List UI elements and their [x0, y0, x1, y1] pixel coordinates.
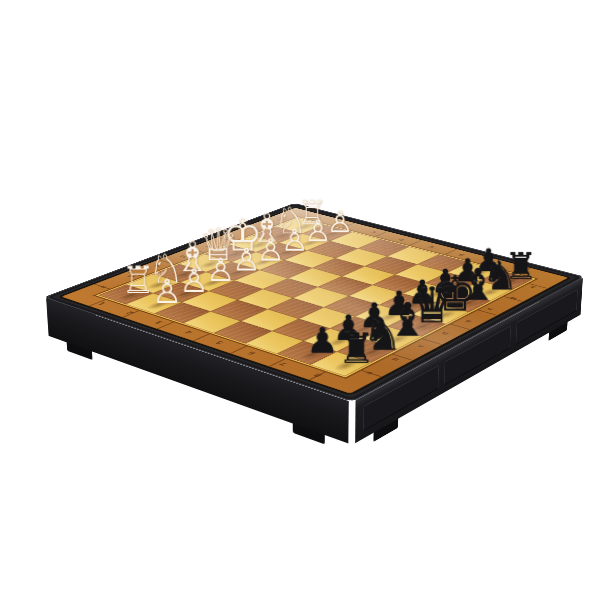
piece-white-pawn-a2: ♙ [152, 276, 182, 307]
piece-white-pawn-c2: ♙ [206, 255, 235, 285]
piece-black-rook-a8: ♜ [338, 329, 376, 369]
piece-white-pawn-d2: ♙ [232, 245, 260, 275]
piece-white-pawn-b2: ♙ [180, 265, 209, 296]
piece-white-pawn-f2: ♙ [281, 226, 308, 255]
square-g4 [336, 249, 388, 267]
case-top-rim: abcdefgh abcdefgh 12345678 12345678 ♖♘♗♕… [43, 203, 585, 402]
piece-black-pawn-a7: ♟ [306, 324, 338, 358]
case-foot [66, 342, 92, 360]
case-foot [292, 423, 324, 444]
piece-white-pawn-e2: ♙ [257, 235, 285, 264]
piece-white-rook-a1: ♖ [122, 263, 156, 299]
product-photo-chess-set: Product photo of a folding magnetic ches… [0, 0, 600, 600]
file-label-a: a [80, 279, 126, 296]
